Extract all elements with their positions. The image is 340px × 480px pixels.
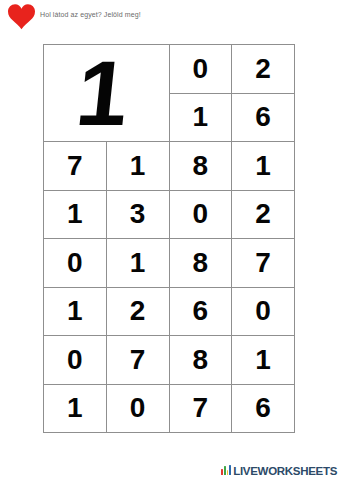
cell-r6c1[interactable]: 1 xyxy=(44,288,107,337)
cell-r3c1[interactable]: 7 xyxy=(44,142,107,191)
cell-r6c2[interactable]: 2 xyxy=(107,288,170,337)
cell-r3c3[interactable]: 8 xyxy=(170,142,233,191)
cell-r4c1[interactable]: 1 xyxy=(44,191,107,240)
brand-text: LIVEWORKSHEETS xyxy=(233,465,337,477)
clue-cell-big-1: 1 xyxy=(44,45,170,142)
target-digit: 1 xyxy=(72,47,133,139)
cell-r5c4[interactable]: 7 xyxy=(232,239,295,288)
cell-r7c2[interactable]: 7 xyxy=(107,336,170,385)
cell-r1c4[interactable]: 2 xyxy=(232,45,295,94)
cell-r8c1[interactable]: 1 xyxy=(44,385,107,434)
cell-r2c3[interactable]: 1 xyxy=(170,94,233,143)
cell-r5c3[interactable]: 8 xyxy=(170,239,233,288)
cell-r3c2[interactable]: 1 xyxy=(107,142,170,191)
instruction-text: Hol látod az egyet? Jelöld meg! xyxy=(40,11,141,18)
cell-r1c3[interactable]: 0 xyxy=(170,45,233,94)
cell-r7c3[interactable]: 8 xyxy=(170,336,233,385)
cell-r6c4[interactable]: 0 xyxy=(232,288,295,337)
cell-r8c3[interactable]: 7 xyxy=(170,385,233,434)
cell-r4c2[interactable]: 3 xyxy=(107,191,170,240)
liveworksheets-barchart-icon xyxy=(221,466,231,476)
cell-r5c2[interactable]: 1 xyxy=(107,239,170,288)
cell-r8c2[interactable]: 0 xyxy=(107,385,170,434)
heart-icon xyxy=(8,4,35,30)
cell-r5c1[interactable]: 0 xyxy=(44,239,107,288)
cell-r2c4[interactable]: 6 xyxy=(232,94,295,143)
cell-r3c4[interactable]: 1 xyxy=(232,142,295,191)
cell-r7c1[interactable]: 0 xyxy=(44,336,107,385)
cell-r7c4[interactable]: 1 xyxy=(232,336,295,385)
cell-r4c4[interactable]: 2 xyxy=(232,191,295,240)
cell-r4c3[interactable]: 0 xyxy=(170,191,233,240)
cell-r6c3[interactable]: 6 xyxy=(170,288,233,337)
number-grid: 1 0 2 1 6 7 1 8 1 1 3 0 2 0 1 8 7 1 2 6 … xyxy=(43,44,295,433)
liveworksheets-logo[interactable]: LIVEWORKSHEETS xyxy=(221,465,337,477)
cell-r8c4[interactable]: 6 xyxy=(232,385,295,434)
